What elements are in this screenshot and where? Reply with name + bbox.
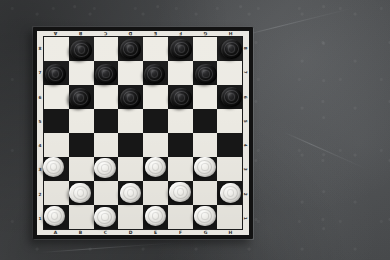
square-g7[interactable] [193, 61, 218, 85]
file-label-bottom-c: C [94, 230, 117, 235]
rank-labels-right: 87654321 [243, 36, 249, 230]
rank-label-left-2: 2 [37, 183, 42, 204]
square-e6[interactable] [143, 85, 168, 109]
square-g4[interactable] [193, 133, 218, 157]
square-c4[interactable] [94, 133, 119, 157]
square-c8[interactable] [94, 37, 119, 61]
piece-dark-b8[interactable] [70, 40, 91, 61]
file-label-bottom-e: E [144, 230, 167, 235]
piece-light-g1[interactable] [194, 206, 215, 227]
piece-dark-e7[interactable] [144, 64, 165, 85]
piece-light-b2[interactable] [69, 183, 90, 204]
square-d6[interactable] [118, 85, 143, 109]
square-c7[interactable] [94, 61, 119, 85]
square-c5[interactable] [94, 109, 119, 133]
file-label-bottom-g: G [194, 230, 217, 235]
square-h4[interactable] [217, 133, 242, 157]
piece-dark-h6[interactable] [221, 87, 242, 108]
square-f4[interactable] [168, 133, 193, 157]
rank-label-left-4: 4 [37, 135, 42, 156]
file-label-bottom-h: H [219, 230, 242, 235]
square-a3[interactable] [44, 157, 69, 181]
square-g2[interactable] [193, 181, 218, 205]
square-a2[interactable] [44, 181, 69, 205]
piece-light-g3[interactable] [194, 157, 215, 178]
square-e5[interactable] [143, 109, 168, 133]
square-c6[interactable] [94, 85, 119, 109]
square-h6[interactable] [217, 85, 242, 109]
piece-light-d2[interactable] [120, 183, 141, 204]
square-b6[interactable] [69, 85, 94, 109]
square-g1[interactable] [193, 205, 218, 229]
file-labels-bottom: ABCDEFGH [43, 230, 243, 235]
file-label-bottom-f: F [169, 230, 192, 235]
square-a7[interactable] [44, 61, 69, 85]
board-grid [43, 36, 243, 230]
piece-dark-d8[interactable] [120, 39, 141, 60]
square-h2[interactable] [217, 181, 242, 205]
square-b3[interactable] [69, 157, 94, 181]
square-f7[interactable] [168, 61, 193, 85]
piece-light-c3[interactable] [94, 158, 115, 179]
square-e8[interactable] [143, 37, 168, 61]
square-a4[interactable] [44, 133, 69, 157]
file-label-bottom-d: D [119, 230, 142, 235]
file-label-bottom-a: A [44, 230, 67, 235]
piece-dark-c7[interactable] [95, 64, 116, 85]
piece-light-e3[interactable] [145, 157, 166, 178]
piece-light-a1[interactable] [44, 206, 65, 227]
square-b5[interactable] [69, 109, 94, 133]
square-h8[interactable] [217, 37, 242, 61]
piece-dark-g7[interactable] [195, 64, 216, 85]
piece-light-c1[interactable] [94, 207, 115, 228]
rank-label-left-6: 6 [37, 86, 42, 107]
rank-label-left-7: 7 [37, 62, 42, 83]
square-c3[interactable] [94, 157, 119, 181]
rank-label-left-5: 5 [37, 111, 42, 132]
square-a1[interactable] [44, 205, 69, 229]
file-label-bottom-b: B [69, 230, 92, 235]
piece-dark-d6[interactable] [120, 88, 141, 109]
piece-light-a3[interactable] [43, 157, 64, 178]
piece-dark-b6[interactable] [69, 88, 90, 109]
square-e4[interactable] [143, 133, 168, 157]
square-a5[interactable] [44, 109, 69, 133]
square-d3[interactable] [118, 157, 143, 181]
piece-dark-f8[interactable] [170, 39, 191, 60]
square-b1[interactable] [69, 205, 94, 229]
square-e7[interactable] [143, 61, 168, 85]
square-d2[interactable] [118, 181, 143, 205]
square-f2[interactable] [168, 181, 193, 205]
square-f8[interactable] [168, 37, 193, 61]
square-d1[interactable] [118, 205, 143, 229]
square-h7[interactable] [217, 61, 242, 85]
square-c2[interactable] [94, 181, 119, 205]
piece-light-e1[interactable] [145, 206, 166, 227]
piece-light-f2[interactable] [169, 182, 190, 203]
square-h1[interactable] [217, 205, 242, 229]
square-f3[interactable] [168, 157, 193, 181]
square-b8[interactable] [69, 37, 94, 61]
square-b4[interactable] [69, 133, 94, 157]
square-g3[interactable] [193, 157, 218, 181]
board-margin: ABCDEFGH ABCDEFGH 87654321 87654321 [37, 31, 249, 235]
piece-dark-f6[interactable] [170, 88, 191, 109]
rank-label-left-8: 8 [37, 38, 42, 59]
table-surface: ABCDEFGH ABCDEFGH 87654321 87654321 [0, 0, 390, 260]
rank-label-left-3: 3 [37, 159, 42, 180]
square-e2[interactable] [143, 181, 168, 205]
square-e3[interactable] [143, 157, 168, 181]
square-f5[interactable] [168, 109, 193, 133]
square-b2[interactable] [69, 181, 94, 205]
square-a6[interactable] [44, 85, 69, 109]
piece-dark-h8[interactable] [221, 39, 242, 60]
square-f1[interactable] [168, 205, 193, 229]
piece-light-h2[interactable] [220, 183, 241, 204]
square-d4[interactable] [118, 133, 143, 157]
piece-dark-a7[interactable] [45, 64, 66, 85]
square-d5[interactable] [118, 109, 143, 133]
rank-label-left-1: 1 [37, 208, 42, 229]
square-b7[interactable] [69, 61, 94, 85]
square-f6[interactable] [168, 85, 193, 109]
square-a8[interactable] [44, 37, 69, 61]
square-e1[interactable] [143, 205, 168, 229]
square-g5[interactable] [193, 109, 218, 133]
square-g8[interactable] [193, 37, 218, 61]
checkers-board: ABCDEFGH ABCDEFGH 87654321 87654321 [33, 27, 253, 239]
square-c1[interactable] [94, 205, 119, 229]
square-h5[interactable] [217, 109, 242, 133]
square-h3[interactable] [217, 157, 242, 181]
square-d8[interactable] [118, 37, 143, 61]
square-g6[interactable] [193, 85, 218, 109]
square-d7[interactable] [118, 61, 143, 85]
